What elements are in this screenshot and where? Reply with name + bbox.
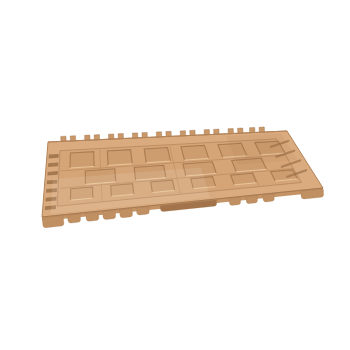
rim-tab [190,130,196,135]
rim-tab [118,134,124,139]
rim-tab [61,136,66,141]
rim-tab [85,135,91,140]
tray-foot [263,194,275,202]
rim-tab [109,134,115,139]
rim-tab [94,135,100,140]
rim-tab [204,130,210,135]
cavity [144,148,170,163]
rim-tab [228,129,234,134]
rim-tab [132,133,138,138]
rim-tab [70,136,76,141]
rim-tab [166,131,172,136]
cavity [70,152,94,168]
tray-foot [136,207,149,215]
tray-foot [67,214,80,223]
tray-foot [42,216,64,228]
cavity [107,150,132,166]
pulp-tray-illustration [0,0,350,350]
rim-tab [180,131,186,136]
rim-tab [156,132,162,137]
tray-foot [86,212,99,221]
rim-slot [49,154,59,158]
rim-tab [238,128,244,133]
rim-tab [214,129,220,134]
product-photo [0,0,350,350]
rim-tab [259,127,265,132]
tray-foot [103,210,116,219]
rim-tab [142,132,148,137]
rim-tab [250,128,256,133]
rim-slot [48,163,58,167]
tray-foot [119,209,132,218]
tray-foot [246,196,258,204]
cavity [181,145,209,160]
tray-foot [229,198,241,206]
